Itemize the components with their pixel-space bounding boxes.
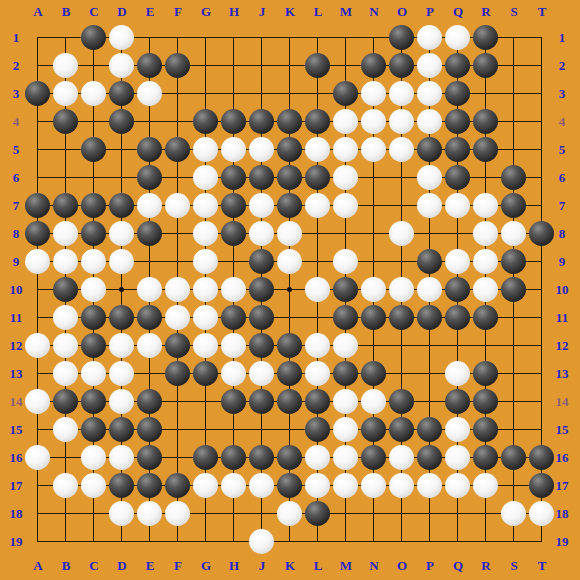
- intersection-E7[interactable]: [136, 192, 164, 220]
- intersection-G6[interactable]: [192, 164, 220, 192]
- intersection-S6[interactable]: [500, 164, 528, 192]
- intersection-O8[interactable]: [388, 220, 416, 248]
- intersection-C10[interactable]: [80, 276, 108, 304]
- intersection-E10[interactable]: [136, 276, 164, 304]
- intersection-P17[interactable]: [416, 472, 444, 500]
- intersection-D7[interactable]: [108, 192, 136, 220]
- intersection-S16[interactable]: [500, 444, 528, 472]
- intersection-O15[interactable]: [388, 416, 416, 444]
- intersection-T7[interactable]: [528, 192, 556, 220]
- intersection-S9[interactable]: [500, 248, 528, 276]
- intersection-H3[interactable]: [220, 80, 248, 108]
- intersection-T10[interactable]: [528, 276, 556, 304]
- intersection-K5[interactable]: [276, 136, 304, 164]
- intersection-H10[interactable]: [220, 276, 248, 304]
- intersection-F14[interactable]: [164, 388, 192, 416]
- intersection-P6[interactable]: [416, 164, 444, 192]
- intersection-B15[interactable]: [52, 416, 80, 444]
- intersection-H19[interactable]: [220, 528, 248, 556]
- intersection-O11[interactable]: [388, 304, 416, 332]
- intersection-O16[interactable]: [388, 444, 416, 472]
- intersection-O4[interactable]: [388, 108, 416, 136]
- intersection-C7[interactable]: [80, 192, 108, 220]
- intersection-J14[interactable]: [248, 388, 276, 416]
- intersection-T9[interactable]: [528, 248, 556, 276]
- intersection-D13[interactable]: [108, 360, 136, 388]
- intersection-A2[interactable]: [24, 52, 52, 80]
- intersection-Q6[interactable]: [444, 164, 472, 192]
- intersection-M9[interactable]: [332, 248, 360, 276]
- intersection-S11[interactable]: [500, 304, 528, 332]
- intersection-Q7[interactable]: [444, 192, 472, 220]
- intersection-E5[interactable]: [136, 136, 164, 164]
- intersection-D10[interactable]: [108, 276, 136, 304]
- intersection-C1[interactable]: [80, 24, 108, 52]
- intersection-R4[interactable]: [472, 108, 500, 136]
- intersection-D15[interactable]: [108, 416, 136, 444]
- intersection-E19[interactable]: [136, 528, 164, 556]
- intersection-O6[interactable]: [388, 164, 416, 192]
- intersection-H11[interactable]: [220, 304, 248, 332]
- intersection-G14[interactable]: [192, 388, 220, 416]
- intersection-H4[interactable]: [220, 108, 248, 136]
- intersection-T13[interactable]: [528, 360, 556, 388]
- intersection-T3[interactable]: [528, 80, 556, 108]
- intersection-Q11[interactable]: [444, 304, 472, 332]
- intersection-P16[interactable]: [416, 444, 444, 472]
- intersection-O19[interactable]: [388, 528, 416, 556]
- intersection-F10[interactable]: [164, 276, 192, 304]
- intersection-M12[interactable]: [332, 332, 360, 360]
- intersection-A8[interactable]: [24, 220, 52, 248]
- intersection-G13[interactable]: [192, 360, 220, 388]
- intersection-R6[interactable]: [472, 164, 500, 192]
- intersection-H14[interactable]: [220, 388, 248, 416]
- intersection-N19[interactable]: [360, 528, 388, 556]
- intersection-J17[interactable]: [248, 472, 276, 500]
- intersection-A10[interactable]: [24, 276, 52, 304]
- intersection-A1[interactable]: [24, 24, 52, 52]
- intersection-G19[interactable]: [192, 528, 220, 556]
- intersection-J8[interactable]: [248, 220, 276, 248]
- intersection-A3[interactable]: [24, 80, 52, 108]
- intersection-L18[interactable]: [304, 500, 332, 528]
- intersection-N8[interactable]: [360, 220, 388, 248]
- intersection-F18[interactable]: [164, 500, 192, 528]
- intersection-O5[interactable]: [388, 136, 416, 164]
- intersection-A18[interactable]: [24, 500, 52, 528]
- intersection-E16[interactable]: [136, 444, 164, 472]
- intersection-F1[interactable]: [164, 24, 192, 52]
- intersection-J10[interactable]: [248, 276, 276, 304]
- intersection-E14[interactable]: [136, 388, 164, 416]
- intersection-J2[interactable]: [248, 52, 276, 80]
- intersection-M10[interactable]: [332, 276, 360, 304]
- intersection-R2[interactable]: [472, 52, 500, 80]
- intersection-R12[interactable]: [472, 332, 500, 360]
- intersection-Q14[interactable]: [444, 388, 472, 416]
- intersection-H2[interactable]: [220, 52, 248, 80]
- intersection-D18[interactable]: [108, 500, 136, 528]
- intersection-K17[interactable]: [276, 472, 304, 500]
- intersection-K3[interactable]: [276, 80, 304, 108]
- intersection-D14[interactable]: [108, 388, 136, 416]
- intersection-H17[interactable]: [220, 472, 248, 500]
- intersection-F6[interactable]: [164, 164, 192, 192]
- intersection-S13[interactable]: [500, 360, 528, 388]
- intersection-B13[interactable]: [52, 360, 80, 388]
- intersection-J4[interactable]: [248, 108, 276, 136]
- intersection-B4[interactable]: [52, 108, 80, 136]
- intersection-G18[interactable]: [192, 500, 220, 528]
- intersection-C3[interactable]: [80, 80, 108, 108]
- intersection-D2[interactable]: [108, 52, 136, 80]
- intersection-H5[interactable]: [220, 136, 248, 164]
- intersection-N5[interactable]: [360, 136, 388, 164]
- intersection-Q2[interactable]: [444, 52, 472, 80]
- intersection-S4[interactable]: [500, 108, 528, 136]
- intersection-E9[interactable]: [136, 248, 164, 276]
- intersection-C9[interactable]: [80, 248, 108, 276]
- intersection-D8[interactable]: [108, 220, 136, 248]
- intersection-N14[interactable]: [360, 388, 388, 416]
- intersection-L10[interactable]: [304, 276, 332, 304]
- intersection-Q17[interactable]: [444, 472, 472, 500]
- intersection-H7[interactable]: [220, 192, 248, 220]
- intersection-H15[interactable]: [220, 416, 248, 444]
- intersection-D11[interactable]: [108, 304, 136, 332]
- intersection-T2[interactable]: [528, 52, 556, 80]
- intersection-N11[interactable]: [360, 304, 388, 332]
- intersection-K8[interactable]: [276, 220, 304, 248]
- intersection-N4[interactable]: [360, 108, 388, 136]
- intersection-T1[interactable]: [528, 24, 556, 52]
- intersection-P11[interactable]: [416, 304, 444, 332]
- intersection-F12[interactable]: [164, 332, 192, 360]
- intersection-L7[interactable]: [304, 192, 332, 220]
- intersection-D16[interactable]: [108, 444, 136, 472]
- intersection-Q4[interactable]: [444, 108, 472, 136]
- intersection-A14[interactable]: [24, 388, 52, 416]
- intersection-B6[interactable]: [52, 164, 80, 192]
- intersection-B16[interactable]: [52, 444, 80, 472]
- intersection-N15[interactable]: [360, 416, 388, 444]
- intersection-L6[interactable]: [304, 164, 332, 192]
- intersection-L5[interactable]: [304, 136, 332, 164]
- intersection-K13[interactable]: [276, 360, 304, 388]
- intersection-O14[interactable]: [388, 388, 416, 416]
- intersection-L14[interactable]: [304, 388, 332, 416]
- intersection-T5[interactable]: [528, 136, 556, 164]
- intersection-R17[interactable]: [472, 472, 500, 500]
- intersection-A7[interactable]: [24, 192, 52, 220]
- intersection-M4[interactable]: [332, 108, 360, 136]
- intersection-K15[interactable]: [276, 416, 304, 444]
- intersection-G3[interactable]: [192, 80, 220, 108]
- intersection-G10[interactable]: [192, 276, 220, 304]
- intersection-G11[interactable]: [192, 304, 220, 332]
- intersection-K12[interactable]: [276, 332, 304, 360]
- intersection-H16[interactable]: [220, 444, 248, 472]
- intersection-P5[interactable]: [416, 136, 444, 164]
- intersection-K18[interactable]: [276, 500, 304, 528]
- intersection-S19[interactable]: [500, 528, 528, 556]
- intersection-O13[interactable]: [388, 360, 416, 388]
- intersection-C5[interactable]: [80, 136, 108, 164]
- intersection-D4[interactable]: [108, 108, 136, 136]
- intersection-T4[interactable]: [528, 108, 556, 136]
- intersection-E15[interactable]: [136, 416, 164, 444]
- intersection-F9[interactable]: [164, 248, 192, 276]
- intersection-K19[interactable]: [276, 528, 304, 556]
- intersection-B9[interactable]: [52, 248, 80, 276]
- intersection-R5[interactable]: [472, 136, 500, 164]
- intersection-P15[interactable]: [416, 416, 444, 444]
- intersection-L8[interactable]: [304, 220, 332, 248]
- intersection-N18[interactable]: [360, 500, 388, 528]
- intersection-S8[interactable]: [500, 220, 528, 248]
- intersection-Q19[interactable]: [444, 528, 472, 556]
- intersection-B8[interactable]: [52, 220, 80, 248]
- intersection-G8[interactable]: [192, 220, 220, 248]
- intersection-P2[interactable]: [416, 52, 444, 80]
- intersection-F4[interactable]: [164, 108, 192, 136]
- intersection-N17[interactable]: [360, 472, 388, 500]
- intersection-H8[interactable]: [220, 220, 248, 248]
- intersection-J12[interactable]: [248, 332, 276, 360]
- intersection-H13[interactable]: [220, 360, 248, 388]
- intersection-A15[interactable]: [24, 416, 52, 444]
- intersection-D12[interactable]: [108, 332, 136, 360]
- intersection-B14[interactable]: [52, 388, 80, 416]
- intersection-K10[interactable]: [276, 276, 304, 304]
- intersection-E1[interactable]: [136, 24, 164, 52]
- intersection-H1[interactable]: [220, 24, 248, 52]
- intersection-N16[interactable]: [360, 444, 388, 472]
- intersection-N7[interactable]: [360, 192, 388, 220]
- intersection-E8[interactable]: [136, 220, 164, 248]
- intersection-G1[interactable]: [192, 24, 220, 52]
- intersection-Q8[interactable]: [444, 220, 472, 248]
- intersection-A13[interactable]: [24, 360, 52, 388]
- intersection-G17[interactable]: [192, 472, 220, 500]
- intersection-C6[interactable]: [80, 164, 108, 192]
- intersection-Q13[interactable]: [444, 360, 472, 388]
- intersection-G7[interactable]: [192, 192, 220, 220]
- intersection-P19[interactable]: [416, 528, 444, 556]
- intersection-B10[interactable]: [52, 276, 80, 304]
- intersection-P9[interactable]: [416, 248, 444, 276]
- intersection-M14[interactable]: [332, 388, 360, 416]
- intersection-C2[interactable]: [80, 52, 108, 80]
- intersection-J16[interactable]: [248, 444, 276, 472]
- intersection-K7[interactable]: [276, 192, 304, 220]
- intersection-K16[interactable]: [276, 444, 304, 472]
- intersection-M3[interactable]: [332, 80, 360, 108]
- intersection-K1[interactable]: [276, 24, 304, 52]
- intersection-M18[interactable]: [332, 500, 360, 528]
- intersection-A6[interactable]: [24, 164, 52, 192]
- intersection-J15[interactable]: [248, 416, 276, 444]
- intersection-P18[interactable]: [416, 500, 444, 528]
- intersection-T18[interactable]: [528, 500, 556, 528]
- intersection-M13[interactable]: [332, 360, 360, 388]
- intersection-R18[interactable]: [472, 500, 500, 528]
- intersection-Q18[interactable]: [444, 500, 472, 528]
- intersection-Q12[interactable]: [444, 332, 472, 360]
- intersection-S7[interactable]: [500, 192, 528, 220]
- go-board[interactable]: [24, 24, 556, 556]
- intersection-A16[interactable]: [24, 444, 52, 472]
- intersection-E4[interactable]: [136, 108, 164, 136]
- intersection-M6[interactable]: [332, 164, 360, 192]
- intersection-H9[interactable]: [220, 248, 248, 276]
- intersection-R8[interactable]: [472, 220, 500, 248]
- intersection-D3[interactable]: [108, 80, 136, 108]
- intersection-J6[interactable]: [248, 164, 276, 192]
- intersection-J1[interactable]: [248, 24, 276, 52]
- intersection-L15[interactable]: [304, 416, 332, 444]
- intersection-S12[interactable]: [500, 332, 528, 360]
- intersection-M5[interactable]: [332, 136, 360, 164]
- intersection-K14[interactable]: [276, 388, 304, 416]
- intersection-E11[interactable]: [136, 304, 164, 332]
- intersection-A11[interactable]: [24, 304, 52, 332]
- intersection-R19[interactable]: [472, 528, 500, 556]
- intersection-B5[interactable]: [52, 136, 80, 164]
- intersection-O10[interactable]: [388, 276, 416, 304]
- intersection-J3[interactable]: [248, 80, 276, 108]
- intersection-M15[interactable]: [332, 416, 360, 444]
- intersection-B17[interactable]: [52, 472, 80, 500]
- intersection-B7[interactable]: [52, 192, 80, 220]
- intersection-H12[interactable]: [220, 332, 248, 360]
- intersection-Q3[interactable]: [444, 80, 472, 108]
- intersection-J5[interactable]: [248, 136, 276, 164]
- intersection-O9[interactable]: [388, 248, 416, 276]
- intersection-C8[interactable]: [80, 220, 108, 248]
- intersection-F3[interactable]: [164, 80, 192, 108]
- intersection-L11[interactable]: [304, 304, 332, 332]
- intersection-T17[interactable]: [528, 472, 556, 500]
- intersection-C12[interactable]: [80, 332, 108, 360]
- intersection-N12[interactable]: [360, 332, 388, 360]
- intersection-S3[interactable]: [500, 80, 528, 108]
- intersection-A5[interactable]: [24, 136, 52, 164]
- intersection-F15[interactable]: [164, 416, 192, 444]
- intersection-N2[interactable]: [360, 52, 388, 80]
- intersection-Q5[interactable]: [444, 136, 472, 164]
- intersection-L17[interactable]: [304, 472, 332, 500]
- intersection-G4[interactable]: [192, 108, 220, 136]
- intersection-O3[interactable]: [388, 80, 416, 108]
- intersection-J13[interactable]: [248, 360, 276, 388]
- intersection-S2[interactable]: [500, 52, 528, 80]
- intersection-C18[interactable]: [80, 500, 108, 528]
- intersection-T14[interactable]: [528, 388, 556, 416]
- intersection-Q10[interactable]: [444, 276, 472, 304]
- intersection-C19[interactable]: [80, 528, 108, 556]
- intersection-F17[interactable]: [164, 472, 192, 500]
- intersection-N1[interactable]: [360, 24, 388, 52]
- intersection-N10[interactable]: [360, 276, 388, 304]
- intersection-H6[interactable]: [220, 164, 248, 192]
- intersection-B18[interactable]: [52, 500, 80, 528]
- intersection-P14[interactable]: [416, 388, 444, 416]
- intersection-P10[interactable]: [416, 276, 444, 304]
- intersection-R15[interactable]: [472, 416, 500, 444]
- intersection-N6[interactable]: [360, 164, 388, 192]
- intersection-S18[interactable]: [500, 500, 528, 528]
- intersection-P7[interactable]: [416, 192, 444, 220]
- intersection-F5[interactable]: [164, 136, 192, 164]
- intersection-B2[interactable]: [52, 52, 80, 80]
- intersection-T19[interactable]: [528, 528, 556, 556]
- intersection-K9[interactable]: [276, 248, 304, 276]
- intersection-B19[interactable]: [52, 528, 80, 556]
- intersection-S10[interactable]: [500, 276, 528, 304]
- intersection-S5[interactable]: [500, 136, 528, 164]
- intersection-D17[interactable]: [108, 472, 136, 500]
- intersection-L13[interactable]: [304, 360, 332, 388]
- intersection-T16[interactable]: [528, 444, 556, 472]
- intersection-B1[interactable]: [52, 24, 80, 52]
- intersection-D9[interactable]: [108, 248, 136, 276]
- intersection-T15[interactable]: [528, 416, 556, 444]
- intersection-C13[interactable]: [80, 360, 108, 388]
- intersection-M8[interactable]: [332, 220, 360, 248]
- intersection-N3[interactable]: [360, 80, 388, 108]
- intersection-R3[interactable]: [472, 80, 500, 108]
- intersection-M2[interactable]: [332, 52, 360, 80]
- intersection-T8[interactable]: [528, 220, 556, 248]
- intersection-T6[interactable]: [528, 164, 556, 192]
- intersection-O17[interactable]: [388, 472, 416, 500]
- intersection-R11[interactable]: [472, 304, 500, 332]
- intersection-A19[interactable]: [24, 528, 52, 556]
- intersection-M11[interactable]: [332, 304, 360, 332]
- intersection-O1[interactable]: [388, 24, 416, 52]
- intersection-J18[interactable]: [248, 500, 276, 528]
- intersection-S15[interactable]: [500, 416, 528, 444]
- intersection-J19[interactable]: [248, 528, 276, 556]
- intersection-P1[interactable]: [416, 24, 444, 52]
- intersection-L4[interactable]: [304, 108, 332, 136]
- intersection-R13[interactable]: [472, 360, 500, 388]
- intersection-M1[interactable]: [332, 24, 360, 52]
- intersection-P4[interactable]: [416, 108, 444, 136]
- intersection-C11[interactable]: [80, 304, 108, 332]
- intersection-G16[interactable]: [192, 444, 220, 472]
- intersection-R16[interactable]: [472, 444, 500, 472]
- intersection-F19[interactable]: [164, 528, 192, 556]
- intersection-P13[interactable]: [416, 360, 444, 388]
- intersection-F13[interactable]: [164, 360, 192, 388]
- intersection-G9[interactable]: [192, 248, 220, 276]
- intersection-T11[interactable]: [528, 304, 556, 332]
- intersection-L9[interactable]: [304, 248, 332, 276]
- intersection-A12[interactable]: [24, 332, 52, 360]
- intersection-M19[interactable]: [332, 528, 360, 556]
- intersection-E18[interactable]: [136, 500, 164, 528]
- intersection-M7[interactable]: [332, 192, 360, 220]
- intersection-L19[interactable]: [304, 528, 332, 556]
- intersection-D5[interactable]: [108, 136, 136, 164]
- intersection-P3[interactable]: [416, 80, 444, 108]
- intersection-G15[interactable]: [192, 416, 220, 444]
- intersection-P8[interactable]: [416, 220, 444, 248]
- intersection-C4[interactable]: [80, 108, 108, 136]
